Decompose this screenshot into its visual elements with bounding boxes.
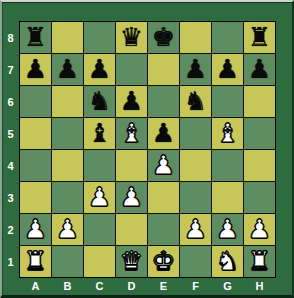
file-label-e: E — [148, 279, 179, 293]
square-h7[interactable]: ♟ — [244, 54, 275, 85]
white-queen[interactable]: ♛ — [120, 248, 143, 274]
black-pawn[interactable]: ♟ — [88, 56, 111, 82]
square-d4[interactable] — [116, 150, 147, 181]
white-pawn[interactable]: ♟ — [56, 216, 79, 242]
black-rook[interactable]: ♜ — [248, 24, 271, 50]
file-label-b: B — [52, 279, 83, 293]
square-c6[interactable]: ♞ — [84, 86, 115, 117]
square-h3[interactable] — [244, 182, 275, 213]
square-h4[interactable] — [244, 150, 275, 181]
black-pawn[interactable]: ♟ — [152, 120, 175, 146]
rank-label-8: 8 — [2, 22, 19, 53]
file-label-a: A — [20, 279, 51, 293]
square-f3[interactable] — [180, 182, 211, 213]
square-d8[interactable]: ♛ — [116, 22, 147, 53]
square-b5[interactable] — [52, 118, 83, 149]
square-a2[interactable]: ♟ — [20, 214, 51, 245]
square-d5[interactable]: ♝ — [116, 118, 147, 149]
white-pawn[interactable]: ♟ — [248, 216, 271, 242]
white-knight[interactable]: ♞ — [216, 248, 239, 274]
square-a3[interactable] — [20, 182, 51, 213]
file-label-f: F — [180, 279, 211, 293]
black-pawn[interactable]: ♟ — [56, 56, 79, 82]
file-label-d: D — [116, 279, 147, 293]
chess-board-window: 87654321 ♜♛♚♜♟♟♟♟♟♟♞♟♞♝♝♟♝♟♟♟♟♟♟♟♟♜♛♚♞♜ … — [0, 0, 294, 298]
square-c1[interactable] — [84, 246, 115, 277]
square-g8[interactable] — [212, 22, 243, 53]
square-d6[interactable]: ♟ — [116, 86, 147, 117]
square-f6[interactable]: ♞ — [180, 86, 211, 117]
rank-label-4: 4 — [2, 150, 19, 181]
file-label-c: C — [84, 279, 115, 293]
white-pawn[interactable]: ♟ — [152, 152, 175, 178]
square-d7[interactable] — [116, 54, 147, 85]
square-e1[interactable]: ♚ — [148, 246, 179, 277]
black-pawn[interactable]: ♟ — [120, 88, 143, 114]
white-pawn[interactable]: ♟ — [216, 216, 239, 242]
square-a8[interactable]: ♜ — [20, 22, 51, 53]
square-a4[interactable] — [20, 150, 51, 181]
white-rook[interactable]: ♜ — [24, 248, 47, 274]
file-labels: ABCDEFGH — [20, 279, 275, 293]
black-pawn[interactable]: ♟ — [216, 56, 239, 82]
white-king[interactable]: ♚ — [152, 248, 175, 274]
black-king[interactable]: ♚ — [152, 24, 175, 50]
square-b3[interactable] — [52, 182, 83, 213]
black-knight[interactable]: ♞ — [184, 88, 207, 114]
square-e3[interactable] — [148, 182, 179, 213]
square-c7[interactable]: ♟ — [84, 54, 115, 85]
square-e6[interactable] — [148, 86, 179, 117]
white-bishop[interactable]: ♝ — [120, 120, 143, 146]
square-b1[interactable] — [52, 246, 83, 277]
rank-label-7: 7 — [2, 54, 19, 85]
rank-label-1: 1 — [2, 246, 19, 277]
square-h5[interactable] — [244, 118, 275, 149]
square-e5[interactable]: ♟ — [148, 118, 179, 149]
square-b7[interactable]: ♟ — [52, 54, 83, 85]
square-e7[interactable] — [148, 54, 179, 85]
square-b8[interactable] — [52, 22, 83, 53]
black-knight[interactable]: ♞ — [88, 88, 111, 114]
square-h2[interactable]: ♟ — [244, 214, 275, 245]
square-c5[interactable]: ♝ — [84, 118, 115, 149]
white-pawn[interactable]: ♟ — [184, 216, 207, 242]
square-f5[interactable] — [180, 118, 211, 149]
square-b6[interactable] — [52, 86, 83, 117]
square-g7[interactable]: ♟ — [212, 54, 243, 85]
square-f4[interactable] — [180, 150, 211, 181]
file-label-h: H — [244, 279, 275, 293]
square-h8[interactable]: ♜ — [244, 22, 275, 53]
square-h1[interactable]: ♜ — [244, 246, 275, 277]
white-pawn[interactable]: ♟ — [120, 184, 143, 210]
black-pawn[interactable]: ♟ — [24, 56, 47, 82]
file-label-g: G — [212, 279, 243, 293]
square-e8[interactable]: ♚ — [148, 22, 179, 53]
square-g2[interactable]: ♟ — [212, 214, 243, 245]
rank-label-5: 5 — [2, 118, 19, 149]
square-b4[interactable] — [52, 150, 83, 181]
white-rook[interactable]: ♜ — [248, 248, 271, 274]
square-e2[interactable] — [148, 214, 179, 245]
square-h6[interactable] — [244, 86, 275, 117]
square-g3[interactable] — [212, 182, 243, 213]
black-pawn[interactable]: ♟ — [248, 56, 271, 82]
black-queen[interactable]: ♛ — [120, 24, 143, 50]
square-g5[interactable]: ♝ — [212, 118, 243, 149]
square-a7[interactable]: ♟ — [20, 54, 51, 85]
square-d1[interactable]: ♛ — [116, 246, 147, 277]
rank-label-3: 3 — [2, 182, 19, 213]
square-a5[interactable] — [20, 118, 51, 149]
square-g1[interactable]: ♞ — [212, 246, 243, 277]
square-e4[interactable]: ♟ — [148, 150, 179, 181]
white-bishop[interactable]: ♝ — [216, 120, 239, 146]
rank-label-6: 6 — [2, 86, 19, 117]
black-pawn[interactable]: ♟ — [184, 56, 207, 82]
square-a1[interactable]: ♜ — [20, 246, 51, 277]
chess-board[interactable]: ♜♛♚♜♟♟♟♟♟♟♞♟♞♝♝♟♝♟♟♟♟♟♟♟♟♜♛♚♞♜ — [19, 21, 276, 278]
white-pawn[interactable]: ♟ — [88, 184, 111, 210]
square-f7[interactable]: ♟ — [180, 54, 211, 85]
square-f2[interactable]: ♟ — [180, 214, 211, 245]
square-c4[interactable] — [84, 150, 115, 181]
square-g6[interactable] — [212, 86, 243, 117]
black-bishop[interactable]: ♝ — [88, 120, 111, 146]
rank-label-2: 2 — [2, 214, 19, 245]
square-f8[interactable] — [180, 22, 211, 53]
square-b2[interactable]: ♟ — [52, 214, 83, 245]
square-d2[interactable] — [116, 214, 147, 245]
rank-labels: 87654321 — [2, 22, 19, 277]
black-rook[interactable]: ♜ — [24, 24, 47, 50]
square-c2[interactable] — [84, 214, 115, 245]
square-f1[interactable] — [180, 246, 211, 277]
square-c8[interactable] — [84, 22, 115, 53]
white-pawn[interactable]: ♟ — [24, 216, 47, 242]
square-d3[interactable]: ♟ — [116, 182, 147, 213]
square-a6[interactable] — [20, 86, 51, 117]
square-g4[interactable] — [212, 150, 243, 181]
square-c3[interactable]: ♟ — [84, 182, 115, 213]
